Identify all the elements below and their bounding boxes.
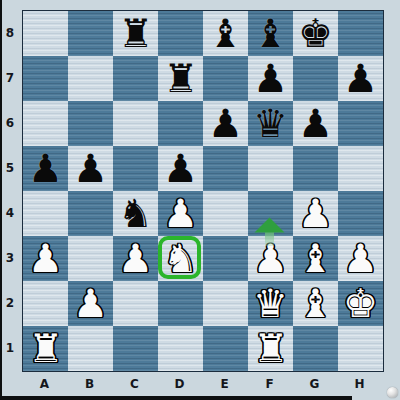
- piece-wR-a1[interactable]: ♜: [23, 326, 68, 371]
- square-e4[interactable]: [203, 191, 248, 236]
- square-h3[interactable]: ♟: [338, 236, 383, 281]
- square-g6[interactable]: ♟: [293, 101, 338, 146]
- square-c2[interactable]: [113, 281, 158, 326]
- square-b4[interactable]: [68, 191, 113, 236]
- piece-bN-c4[interactable]: ♞: [113, 191, 158, 236]
- square-h5[interactable]: [338, 146, 383, 191]
- piece-bP-b5[interactable]: ♟: [68, 146, 113, 191]
- square-d5[interactable]: ♟: [158, 146, 203, 191]
- square-h2[interactable]: ♚: [338, 281, 383, 326]
- square-e7[interactable]: [203, 56, 248, 101]
- square-c7[interactable]: [113, 56, 158, 101]
- square-f3[interactable]: ♟: [248, 236, 293, 281]
- file-labels: ABCDEFGH: [22, 374, 382, 396]
- square-b6[interactable]: [68, 101, 113, 146]
- piece-bP-h7[interactable]: ♟: [338, 56, 383, 101]
- square-d6[interactable]: [158, 101, 203, 146]
- file-label-e: E: [202, 374, 247, 394]
- rank-labels: 87654321: [0, 10, 22, 370]
- square-a1[interactable]: ♜: [23, 326, 68, 371]
- square-a7[interactable]: [23, 56, 68, 101]
- square-d2[interactable]: [158, 281, 203, 326]
- square-g2[interactable]: ♝: [293, 281, 338, 326]
- square-b1[interactable]: [68, 326, 113, 371]
- chess-app-window: ♜♝♝♚♜♟♟♟♛♟♟♟♟♞♟♟♟♟♞♟♝♟♟♛♝♚♜♜ 87654321 AB…: [0, 0, 400, 400]
- file-label-b: B: [67, 374, 112, 394]
- square-f4[interactable]: [248, 191, 293, 236]
- square-c4[interactable]: ♞: [113, 191, 158, 236]
- piece-bR-d7[interactable]: ♜: [158, 56, 203, 101]
- window-bottom-border: [0, 396, 352, 400]
- square-a8[interactable]: [23, 11, 68, 56]
- square-a6[interactable]: [23, 101, 68, 146]
- square-d8[interactable]: [158, 11, 203, 56]
- piece-bP-e6[interactable]: ♟: [203, 101, 248, 146]
- square-f2[interactable]: ♛: [248, 281, 293, 326]
- piece-wP-b2[interactable]: ♟: [68, 281, 113, 326]
- square-a4[interactable]: [23, 191, 68, 236]
- square-h4[interactable]: [338, 191, 383, 236]
- square-f5[interactable]: [248, 146, 293, 191]
- file-label-g: G: [292, 374, 337, 394]
- rank-label-2: 2: [0, 280, 20, 325]
- square-d4[interactable]: ♟: [158, 191, 203, 236]
- piece-wK-h2[interactable]: ♚: [338, 281, 383, 326]
- square-f8[interactable]: ♝: [248, 11, 293, 56]
- piece-bB-f8[interactable]: ♝: [248, 11, 293, 56]
- square-h6[interactable]: [338, 101, 383, 146]
- square-a3[interactable]: ♟: [23, 236, 68, 281]
- piece-bP-g6[interactable]: ♟: [293, 101, 338, 146]
- piece-wP-c3[interactable]: ♟: [113, 236, 158, 281]
- file-label-a: A: [22, 374, 67, 394]
- square-c5[interactable]: [113, 146, 158, 191]
- square-f6[interactable]: ♛: [248, 101, 293, 146]
- square-b3[interactable]: [68, 236, 113, 281]
- square-c6[interactable]: [113, 101, 158, 146]
- piece-wN-d3[interactable]: ♞: [158, 236, 203, 281]
- square-e2[interactable]: [203, 281, 248, 326]
- file-label-c: C: [112, 374, 157, 394]
- square-e3[interactable]: [203, 236, 248, 281]
- rank-label-6: 6: [0, 100, 20, 145]
- rank-label-3: 3: [0, 235, 20, 280]
- square-b7[interactable]: [68, 56, 113, 101]
- square-g3[interactable]: ♝: [293, 236, 338, 281]
- square-d3[interactable]: ♞: [158, 236, 203, 281]
- piece-bB-e8[interactable]: ♝: [203, 11, 248, 56]
- piece-wR-f1[interactable]: ♜: [248, 326, 293, 371]
- file-label-d: D: [157, 374, 202, 394]
- square-a2[interactable]: [23, 281, 68, 326]
- square-g7[interactable]: [293, 56, 338, 101]
- piece-bP-f7[interactable]: ♟: [248, 56, 293, 101]
- square-f1[interactable]: ♜: [248, 326, 293, 371]
- square-e6[interactable]: ♟: [203, 101, 248, 146]
- square-b2[interactable]: ♟: [68, 281, 113, 326]
- square-c8[interactable]: ♜: [113, 11, 158, 56]
- rank-label-4: 4: [0, 190, 20, 235]
- square-h1[interactable]: [338, 326, 383, 371]
- file-label-h: H: [337, 374, 382, 394]
- square-g5[interactable]: [293, 146, 338, 191]
- resize-handle-icon[interactable]: [387, 387, 398, 398]
- piece-bK-g8[interactable]: ♚: [293, 11, 338, 56]
- square-e8[interactable]: ♝: [203, 11, 248, 56]
- piece-wP-d4[interactable]: ♟: [158, 191, 203, 236]
- square-d7[interactable]: ♜: [158, 56, 203, 101]
- piece-bP-d5[interactable]: ♟: [158, 146, 203, 191]
- rank-label-8: 8: [0, 10, 20, 55]
- piece-wB-g2[interactable]: ♝: [293, 281, 338, 326]
- square-e1[interactable]: [203, 326, 248, 371]
- rank-label-1: 1: [0, 325, 20, 370]
- piece-wB-g3[interactable]: ♝: [293, 236, 338, 281]
- square-h7[interactable]: ♟: [338, 56, 383, 101]
- chess-board: ♜♝♝♚♜♟♟♟♛♟♟♟♟♞♟♟♟♟♞♟♝♟♟♛♝♚♜♜: [22, 10, 384, 372]
- square-a5[interactable]: ♟: [23, 146, 68, 191]
- square-g8[interactable]: ♚: [293, 11, 338, 56]
- rank-label-5: 5: [0, 145, 20, 190]
- square-e5[interactable]: [203, 146, 248, 191]
- piece-wQ-f2[interactable]: ♛: [248, 281, 293, 326]
- piece-wP-a3[interactable]: ♟: [23, 236, 68, 281]
- square-d1[interactable]: [158, 326, 203, 371]
- piece-bQ-f6[interactable]: ♛: [248, 101, 293, 146]
- square-h8[interactable]: [338, 11, 383, 56]
- square-g4[interactable]: ♟: [293, 191, 338, 236]
- file-label-f: F: [247, 374, 292, 394]
- piece-bR-c8[interactable]: ♜: [113, 11, 158, 56]
- piece-bP-a5[interactable]: ♟: [23, 146, 68, 191]
- square-c1[interactable]: [113, 326, 158, 371]
- piece-wP-g4[interactable]: ♟: [293, 191, 338, 236]
- piece-wP-h3[interactable]: ♟: [338, 236, 383, 281]
- piece-wP-f3[interactable]: ♟: [248, 236, 293, 281]
- square-b5[interactable]: ♟: [68, 146, 113, 191]
- rank-label-7: 7: [0, 55, 20, 100]
- square-c3[interactable]: ♟: [113, 236, 158, 281]
- square-f7[interactable]: ♟: [248, 56, 293, 101]
- square-b8[interactable]: [68, 11, 113, 56]
- square-g1[interactable]: [293, 326, 338, 371]
